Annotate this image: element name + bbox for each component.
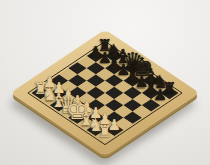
photo-scene: ♜♞♝♛♚♝♞♜♟♟♟♟♟♟♟♟♟♟♟♟♟♟♟♟♜♞♝♛♚♝♞♜: [0, 0, 210, 165]
square-h1: ♜: [96, 130, 114, 142]
square-h7: ♟: [151, 93, 169, 105]
white-rook-h1: ♜: [98, 123, 112, 139]
black-pawn-h7: ♟: [153, 87, 166, 102]
